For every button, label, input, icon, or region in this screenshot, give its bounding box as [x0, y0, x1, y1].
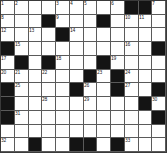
- white-cell[interactable]: 13: [29, 28, 43, 42]
- white-cell[interactable]: [29, 125, 43, 139]
- clue-number: 24: [125, 70, 130, 75]
- white-cell[interactable]: [84, 28, 98, 42]
- white-cell[interactable]: [125, 28, 139, 42]
- black-cell: [1, 97, 15, 111]
- white-cell[interactable]: [125, 125, 139, 139]
- white-cell[interactable]: [111, 15, 125, 29]
- white-cell[interactable]: [97, 28, 111, 42]
- white-cell[interactable]: 20: [1, 70, 15, 84]
- black-cell: [15, 56, 29, 70]
- white-cell[interactable]: [152, 28, 166, 42]
- clue-number: 4: [70, 1, 73, 6]
- white-cell[interactable]: 26: [84, 83, 98, 97]
- clue-number: 8: [1, 15, 4, 20]
- white-cell[interactable]: [125, 56, 139, 70]
- white-cell[interactable]: [152, 15, 166, 29]
- crossword-grid: 1234567891011121314151617181920212223242…: [0, 0, 167, 153]
- black-cell: [152, 42, 166, 56]
- clue-number: 17: [1, 56, 6, 61]
- white-cell[interactable]: [139, 42, 153, 56]
- clue-number: 13: [29, 28, 34, 33]
- white-cell[interactable]: [42, 83, 56, 97]
- white-cell[interactable]: [84, 15, 98, 29]
- clue-number: 7: [152, 1, 155, 6]
- crossword-stage: 1234567891011121314151617181920212223242…: [0, 0, 168, 154]
- black-cell: [111, 83, 125, 97]
- black-cell: [97, 56, 111, 70]
- white-cell[interactable]: [29, 70, 43, 84]
- white-cell[interactable]: 15: [15, 42, 29, 56]
- white-cell[interactable]: 3: [56, 1, 70, 15]
- black-cell: [111, 70, 125, 84]
- white-cell[interactable]: [70, 70, 84, 84]
- white-cell[interactable]: 27: [125, 83, 139, 97]
- clue-number: 25: [15, 83, 20, 88]
- white-cell[interactable]: [15, 138, 29, 152]
- white-cell[interactable]: [29, 42, 43, 56]
- black-cell: [1, 42, 15, 56]
- white-cell[interactable]: [42, 111, 56, 125]
- white-cell[interactable]: 17: [1, 56, 15, 70]
- white-cell[interactable]: [70, 97, 84, 111]
- black-cell: [139, 97, 153, 111]
- clue-number: 21: [15, 70, 20, 75]
- clue-number: 3: [56, 1, 59, 6]
- white-cell[interactable]: 29: [84, 97, 98, 111]
- white-cell[interactable]: 23: [97, 70, 111, 84]
- white-cell[interactable]: [139, 83, 153, 97]
- white-cell[interactable]: [29, 15, 43, 29]
- white-cell[interactable]: [29, 97, 43, 111]
- clue-number: 1: [1, 1, 4, 6]
- white-cell[interactable]: 31: [15, 111, 29, 125]
- white-cell[interactable]: [97, 125, 111, 139]
- white-cell[interactable]: [70, 42, 84, 56]
- white-cell[interactable]: [42, 28, 56, 42]
- clue-number: 11: [139, 15, 144, 20]
- white-cell[interactable]: [56, 83, 70, 97]
- black-cell: [152, 83, 166, 97]
- clue-number: 12: [1, 28, 6, 33]
- clue-number: 22: [42, 70, 47, 75]
- clue-number: 5: [84, 1, 87, 6]
- black-cell: [152, 111, 166, 125]
- white-cell[interactable]: [15, 28, 29, 42]
- clue-number: 20: [1, 70, 6, 75]
- white-cell[interactable]: [139, 56, 153, 70]
- white-cell[interactable]: [97, 138, 111, 152]
- white-cell[interactable]: [84, 111, 98, 125]
- white-cell[interactable]: [97, 83, 111, 97]
- white-cell[interactable]: [56, 42, 70, 56]
- white-cell[interactable]: [56, 138, 70, 152]
- clue-number: 14: [70, 28, 75, 33]
- white-cell[interactable]: [111, 111, 125, 125]
- white-cell[interactable]: [56, 97, 70, 111]
- clue-number: 15: [15, 42, 20, 47]
- white-cell[interactable]: 8: [1, 15, 15, 29]
- white-cell[interactable]: 7: [152, 1, 166, 15]
- white-cell[interactable]: 25: [15, 83, 29, 97]
- black-cell: [139, 1, 153, 15]
- clue-number: 16: [125, 42, 130, 47]
- black-cell: [42, 56, 56, 70]
- black-cell: [84, 138, 98, 152]
- white-cell[interactable]: 22: [42, 70, 56, 84]
- white-cell[interactable]: [1, 125, 15, 139]
- black-cell: [56, 28, 70, 42]
- white-cell[interactable]: [15, 125, 29, 139]
- clue-number: 18: [56, 56, 61, 61]
- white-cell[interactable]: [111, 125, 125, 139]
- white-cell[interactable]: 16: [125, 42, 139, 56]
- white-cell[interactable]: [139, 70, 153, 84]
- white-cell[interactable]: 10: [125, 15, 139, 29]
- white-cell[interactable]: 11: [139, 15, 153, 29]
- white-cell[interactable]: 32: [1, 138, 15, 152]
- white-cell[interactable]: 4: [70, 1, 84, 15]
- white-cell[interactable]: 24: [125, 70, 139, 84]
- white-cell[interactable]: [97, 111, 111, 125]
- white-cell[interactable]: 18: [56, 56, 70, 70]
- white-cell[interactable]: [56, 111, 70, 125]
- black-cell: [1, 83, 15, 97]
- white-cell[interactable]: [15, 15, 29, 29]
- black-cell: [125, 1, 139, 15]
- black-cell: [70, 138, 84, 152]
- white-cell[interactable]: [139, 138, 153, 152]
- white-cell[interactable]: [70, 111, 84, 125]
- white-cell[interactable]: [56, 70, 70, 84]
- white-cell[interactable]: 30: [152, 97, 166, 111]
- white-cell[interactable]: [84, 125, 98, 139]
- white-cell[interactable]: [42, 125, 56, 139]
- black-cell: [111, 138, 125, 152]
- white-cell[interactable]: [152, 138, 166, 152]
- white-cell[interactable]: [42, 42, 56, 56]
- white-cell[interactable]: [84, 56, 98, 70]
- white-cell[interactable]: 21: [15, 70, 29, 84]
- white-cell[interactable]: [29, 111, 43, 125]
- white-cell[interactable]: [97, 42, 111, 56]
- clue-number: 31: [15, 111, 20, 116]
- white-cell[interactable]: [70, 125, 84, 139]
- white-cell[interactable]: [152, 56, 166, 70]
- clue-number: 19: [111, 56, 116, 61]
- clue-number: 6: [111, 1, 114, 6]
- white-cell[interactable]: [29, 56, 43, 70]
- white-cell[interactable]: [70, 56, 84, 70]
- clue-number: 10: [125, 15, 130, 20]
- white-cell[interactable]: 5: [84, 1, 98, 15]
- clue-number: 27: [125, 83, 130, 88]
- white-cell[interactable]: [139, 125, 153, 139]
- white-cell[interactable]: 9: [56, 15, 70, 29]
- white-cell[interactable]: [97, 97, 111, 111]
- clue-number: 28: [42, 97, 47, 102]
- clue-number: 9: [56, 15, 59, 20]
- white-cell[interactable]: [56, 125, 70, 139]
- clue-number: 23: [97, 70, 102, 75]
- white-cell[interactable]: [15, 97, 29, 111]
- white-cell[interactable]: 1: [1, 1, 15, 15]
- white-cell[interactable]: 28: [42, 97, 56, 111]
- white-cell[interactable]: [111, 42, 125, 56]
- white-cell[interactable]: [42, 1, 56, 15]
- clue-number: 32: [1, 138, 6, 143]
- white-cell[interactable]: [29, 1, 43, 15]
- white-cell[interactable]: 2: [15, 1, 29, 15]
- clue-number: 2: [15, 1, 18, 6]
- black-cell: [84, 70, 98, 84]
- white-cell[interactable]: 6: [111, 1, 125, 15]
- white-cell[interactable]: [111, 97, 125, 111]
- white-cell[interactable]: 33: [125, 138, 139, 152]
- white-cell[interactable]: [70, 15, 84, 29]
- clue-number: 29: [84, 97, 89, 102]
- white-cell[interactable]: [111, 28, 125, 42]
- white-cell[interactable]: 12: [1, 28, 15, 42]
- white-cell[interactable]: [152, 70, 166, 84]
- black-cell: [97, 15, 111, 29]
- clue-number: 33: [125, 138, 130, 143]
- white-cell[interactable]: [125, 97, 139, 111]
- white-cell[interactable]: [42, 138, 56, 152]
- white-cell[interactable]: [139, 111, 153, 125]
- white-cell[interactable]: [29, 83, 43, 97]
- white-cell[interactable]: [125, 111, 139, 125]
- clue-number: 26: [84, 83, 89, 88]
- white-cell[interactable]: [139, 28, 153, 42]
- white-cell[interactable]: [84, 42, 98, 56]
- black-cell: [42, 15, 56, 29]
- white-cell[interactable]: [152, 125, 166, 139]
- white-cell[interactable]: [97, 1, 111, 15]
- clue-number: 30: [152, 97, 157, 102]
- black-cell: [29, 138, 43, 152]
- black-cell: [1, 111, 15, 125]
- white-cell[interactable]: 19: [111, 56, 125, 70]
- white-cell[interactable]: 14: [70, 28, 84, 42]
- black-cell: [70, 83, 84, 97]
